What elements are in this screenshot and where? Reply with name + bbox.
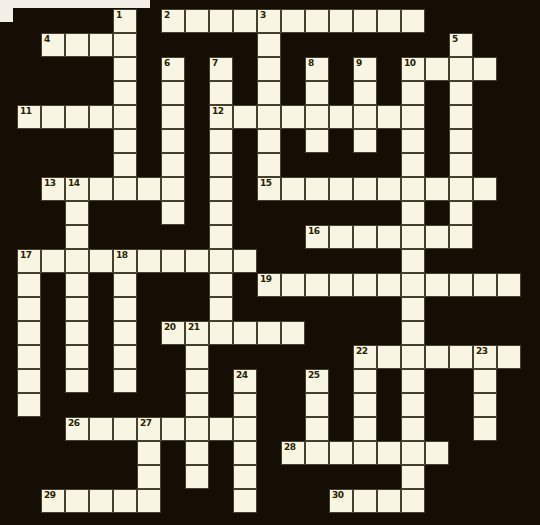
cell[interactable]	[473, 417, 497, 441]
cell[interactable]	[377, 345, 401, 369]
blocked-cell	[425, 369, 449, 393]
cell[interactable]: 27	[137, 417, 161, 441]
cell[interactable]: 26	[65, 417, 89, 441]
cell[interactable]	[161, 417, 185, 441]
blocked-cell	[209, 441, 233, 465]
clue-number: 4	[44, 34, 50, 44]
cell[interactable]: 29	[41, 489, 65, 513]
cell[interactable]	[401, 417, 425, 441]
blocked-cell	[281, 345, 305, 369]
cell[interactable]	[401, 369, 425, 393]
cell[interactable]	[305, 393, 329, 417]
cell[interactable]	[401, 345, 425, 369]
cell[interactable]	[377, 441, 401, 465]
cell[interactable]	[401, 249, 425, 273]
cell[interactable]	[209, 201, 233, 225]
cell[interactable]	[209, 297, 233, 321]
blocked-cell	[209, 465, 233, 489]
blocked-cell	[161, 225, 185, 249]
blocked-cell	[377, 417, 401, 441]
blocked-cell	[305, 297, 329, 321]
cell[interactable]: 20	[161, 321, 185, 345]
blocked-cell	[497, 33, 521, 57]
blocked-cell	[41, 297, 65, 321]
cell[interactable]	[209, 9, 233, 33]
clue-number: 18	[116, 250, 128, 260]
blocked-cell	[257, 441, 281, 465]
blocked-cell	[41, 81, 65, 105]
cell[interactable]: 25	[305, 369, 329, 393]
blocked-cell	[161, 33, 185, 57]
blocked-cell	[449, 441, 473, 465]
cell[interactable]	[377, 177, 401, 201]
cell[interactable]	[449, 105, 473, 129]
cell[interactable]	[113, 321, 137, 345]
cell[interactable]	[401, 201, 425, 225]
cell[interactable]	[161, 153, 185, 177]
clue-number: 25	[308, 370, 320, 380]
blocked-cell	[329, 417, 353, 441]
cell[interactable]	[113, 177, 137, 201]
cell[interactable]	[449, 81, 473, 105]
cell[interactable]	[65, 249, 89, 273]
cell[interactable]	[17, 369, 41, 393]
cell[interactable]: 17	[17, 249, 41, 273]
cell[interactable]	[473, 393, 497, 417]
cell[interactable]	[401, 393, 425, 417]
blocked-cell	[473, 225, 497, 249]
cell[interactable]: 9	[353, 57, 377, 81]
cell[interactable]	[113, 297, 137, 321]
blocked-cell	[329, 297, 353, 321]
blocked-cell	[497, 153, 521, 177]
cell[interactable]	[113, 345, 137, 369]
cell[interactable]	[17, 297, 41, 321]
blocked-cell	[425, 393, 449, 417]
cell[interactable]: 18	[113, 249, 137, 273]
blocked-cell	[233, 225, 257, 249]
clue-number: 28	[284, 442, 296, 452]
cell[interactable]	[65, 273, 89, 297]
blocked-cell	[41, 225, 65, 249]
blocked-cell	[473, 33, 497, 57]
cell[interactable]	[161, 81, 185, 105]
cell[interactable]	[425, 441, 449, 465]
cell[interactable]	[209, 249, 233, 273]
blocked-cell	[449, 321, 473, 345]
blocked-cell	[497, 105, 521, 129]
cell[interactable]	[353, 393, 377, 417]
blocked-cell	[449, 297, 473, 321]
cell[interactable]	[473, 369, 497, 393]
cell[interactable]	[425, 345, 449, 369]
cell[interactable]	[257, 33, 281, 57]
cell[interactable]	[281, 177, 305, 201]
cell[interactable]	[233, 321, 257, 345]
blocked-cell	[17, 201, 41, 225]
blocked-cell	[185, 57, 209, 81]
cell[interactable]: 23	[473, 345, 497, 369]
blocked-cell	[185, 297, 209, 321]
blocked-cell	[209, 489, 233, 513]
cell[interactable]	[113, 273, 137, 297]
blocked-cell	[377, 321, 401, 345]
cell[interactable]	[329, 225, 353, 249]
cell[interactable]	[233, 9, 257, 33]
cell[interactable]	[353, 129, 377, 153]
cell[interactable]	[425, 225, 449, 249]
cell[interactable]	[329, 273, 353, 297]
cell[interactable]	[473, 57, 497, 81]
blocked-cell	[497, 489, 521, 513]
cell[interactable]	[305, 273, 329, 297]
cell[interactable]: 14	[65, 177, 89, 201]
cell[interactable]	[113, 105, 137, 129]
cell[interactable]	[65, 489, 89, 513]
cell[interactable]	[89, 489, 113, 513]
cell[interactable]	[233, 249, 257, 273]
cell[interactable]: 15	[257, 177, 281, 201]
blocked-cell	[209, 369, 233, 393]
cell[interactable]	[65, 321, 89, 345]
cell[interactable]	[257, 57, 281, 81]
cell[interactable]	[353, 441, 377, 465]
cell[interactable]	[305, 105, 329, 129]
cell[interactable]	[161, 249, 185, 273]
blocked-cell	[113, 465, 137, 489]
cell[interactable]	[497, 345, 521, 369]
cell[interactable]	[377, 273, 401, 297]
blocked-cell	[89, 321, 113, 345]
blocked-cell	[17, 489, 41, 513]
cell[interactable]	[305, 177, 329, 201]
cell[interactable]	[185, 345, 209, 369]
cell[interactable]	[353, 9, 377, 33]
cell[interactable]	[233, 417, 257, 441]
cell[interactable]	[65, 105, 89, 129]
cell[interactable]	[377, 105, 401, 129]
blocked-cell	[257, 249, 281, 273]
cell[interactable]	[473, 177, 497, 201]
cell[interactable]	[305, 9, 329, 33]
blocked-cell	[233, 345, 257, 369]
cell[interactable]: 6	[161, 57, 185, 81]
cell[interactable]	[449, 225, 473, 249]
blocked-cell	[305, 249, 329, 273]
cell[interactable]	[353, 177, 377, 201]
cell[interactable]	[65, 225, 89, 249]
clue-number: 6	[164, 58, 170, 68]
cell[interactable]	[329, 105, 353, 129]
blocked-cell	[425, 321, 449, 345]
cell[interactable]	[401, 441, 425, 465]
cell[interactable]	[209, 177, 233, 201]
cell[interactable]	[377, 9, 401, 33]
cell[interactable]	[305, 417, 329, 441]
cell[interactable]	[401, 81, 425, 105]
blocked-cell	[497, 441, 521, 465]
cell[interactable]	[449, 153, 473, 177]
cell[interactable]	[401, 273, 425, 297]
cell[interactable]	[353, 273, 377, 297]
cell[interactable]	[329, 9, 353, 33]
blocked-cell	[137, 33, 161, 57]
cell[interactable]	[17, 273, 41, 297]
cell[interactable]	[449, 201, 473, 225]
cell[interactable]	[161, 129, 185, 153]
cell[interactable]: 13	[41, 177, 65, 201]
blocked-cell	[281, 153, 305, 177]
cell[interactable]	[137, 441, 161, 465]
blocked-cell	[65, 9, 89, 33]
blocked-cell	[377, 33, 401, 57]
blocked-cell	[329, 321, 353, 345]
cell[interactable]	[137, 489, 161, 513]
blocked-cell	[305, 345, 329, 369]
cell[interactable]	[233, 105, 257, 129]
cell[interactable]	[185, 393, 209, 417]
cell[interactable]	[233, 489, 257, 513]
cell[interactable]	[65, 345, 89, 369]
cell[interactable]	[185, 369, 209, 393]
blocked-cell	[65, 153, 89, 177]
blocked-cell	[281, 81, 305, 105]
blocked-cell	[17, 177, 41, 201]
clue-number: 20	[164, 322, 176, 332]
cell[interactable]	[41, 105, 65, 129]
cell[interactable]: 19	[257, 273, 281, 297]
cell[interactable]	[401, 465, 425, 489]
cell[interactable]: 30	[329, 489, 353, 513]
cell[interactable]	[89, 105, 113, 129]
cell[interactable]	[449, 129, 473, 153]
cell[interactable]	[329, 177, 353, 201]
cell[interactable]	[89, 417, 113, 441]
cell[interactable]: 11	[17, 105, 41, 129]
blocked-cell	[65, 393, 89, 417]
blocked-cell	[449, 249, 473, 273]
cell[interactable]	[449, 57, 473, 81]
blocked-cell	[281, 201, 305, 225]
cell[interactable]	[401, 129, 425, 153]
cell[interactable]: 12	[209, 105, 233, 129]
blocked-cell	[137, 201, 161, 225]
cell[interactable]: 22	[353, 345, 377, 369]
cell[interactable]	[89, 249, 113, 273]
cell[interactable]: 7	[209, 57, 233, 81]
blocked-cell	[473, 81, 497, 105]
cell[interactable]	[65, 369, 89, 393]
cell[interactable]	[113, 33, 137, 57]
blocked-cell	[41, 9, 65, 33]
cell[interactable]	[185, 441, 209, 465]
cell[interactable]	[353, 369, 377, 393]
cell[interactable]	[17, 393, 41, 417]
blocked-cell	[353, 321, 377, 345]
cell[interactable]	[209, 417, 233, 441]
cell[interactable]: 8	[305, 57, 329, 81]
blocked-cell	[161, 345, 185, 369]
cell[interactable]	[353, 489, 377, 513]
blocked-cell	[329, 249, 353, 273]
cell[interactable]	[233, 465, 257, 489]
cell[interactable]	[305, 441, 329, 465]
cell[interactable]	[353, 105, 377, 129]
crossword-grid: 1234567891011121314151617181920212223242…	[17, 9, 521, 513]
cell[interactable]	[401, 177, 425, 201]
cell[interactable]: 28	[281, 441, 305, 465]
cell[interactable]	[113, 129, 137, 153]
blocked-cell	[473, 153, 497, 177]
cell[interactable]	[185, 417, 209, 441]
blocked-cell	[137, 81, 161, 105]
page-margin-artifact	[0, 0, 13, 22]
blocked-cell	[425, 33, 449, 57]
cell[interactable]	[113, 81, 137, 105]
cell[interactable]	[449, 273, 473, 297]
cell[interactable]	[137, 465, 161, 489]
cell[interactable]	[89, 33, 113, 57]
cell[interactable]	[233, 441, 257, 465]
cell[interactable]	[305, 81, 329, 105]
blocked-cell	[305, 321, 329, 345]
blocked-cell	[281, 393, 305, 417]
cell[interactable]	[257, 129, 281, 153]
cell[interactable]	[449, 345, 473, 369]
cell[interactable]	[401, 9, 425, 33]
cell[interactable]: 10	[401, 57, 425, 81]
blocked-cell	[17, 417, 41, 441]
cell[interactable]: 21	[185, 321, 209, 345]
cell[interactable]	[401, 225, 425, 249]
blocked-cell	[89, 201, 113, 225]
cell[interactable]	[401, 489, 425, 513]
cell[interactable]	[377, 225, 401, 249]
cell[interactable]	[41, 249, 65, 273]
cell[interactable]	[281, 273, 305, 297]
cell[interactable]	[113, 57, 137, 81]
cell[interactable]	[281, 9, 305, 33]
cell[interactable]	[401, 321, 425, 345]
blocked-cell	[425, 465, 449, 489]
cell[interactable]	[353, 81, 377, 105]
cell[interactable]: 2	[161, 9, 185, 33]
cell[interactable]: 5	[449, 33, 473, 57]
cell[interactable]	[209, 321, 233, 345]
cell[interactable]: 16	[305, 225, 329, 249]
cell[interactable]	[161, 177, 185, 201]
cell[interactable]	[185, 9, 209, 33]
cell[interactable]	[233, 393, 257, 417]
blocked-cell	[17, 57, 41, 81]
blocked-cell	[185, 33, 209, 57]
cell[interactable]	[257, 321, 281, 345]
blocked-cell	[281, 417, 305, 441]
blocked-cell	[65, 465, 89, 489]
cell[interactable]	[161, 201, 185, 225]
cell[interactable]: 3	[257, 9, 281, 33]
blocked-cell	[305, 465, 329, 489]
blocked-cell	[473, 129, 497, 153]
cell[interactable]	[425, 177, 449, 201]
cell[interactable]	[89, 177, 113, 201]
cell[interactable]	[257, 105, 281, 129]
cell[interactable]	[353, 225, 377, 249]
cell[interactable]	[329, 441, 353, 465]
cell[interactable]	[65, 201, 89, 225]
cell[interactable]	[65, 33, 89, 57]
cell[interactable]	[209, 225, 233, 249]
cell[interactable]	[137, 177, 161, 201]
cell[interactable]	[113, 369, 137, 393]
cell[interactable]: 24	[233, 369, 257, 393]
cell[interactable]	[113, 489, 137, 513]
cell[interactable]	[65, 297, 89, 321]
cell[interactable]	[137, 249, 161, 273]
blocked-cell	[257, 369, 281, 393]
cell[interactable]	[401, 297, 425, 321]
cell[interactable]: 4	[41, 33, 65, 57]
blocked-cell	[449, 369, 473, 393]
cell[interactable]	[185, 465, 209, 489]
blocked-cell	[497, 417, 521, 441]
blocked-cell	[161, 489, 185, 513]
cell[interactable]	[209, 153, 233, 177]
blocked-cell	[41, 201, 65, 225]
cell[interactable]	[425, 57, 449, 81]
blocked-cell	[137, 369, 161, 393]
cell[interactable]	[257, 153, 281, 177]
cell[interactable]	[161, 105, 185, 129]
blocked-cell	[353, 33, 377, 57]
clue-number: 11	[20, 106, 32, 116]
blocked-cell	[185, 273, 209, 297]
blocked-cell	[137, 153, 161, 177]
cell[interactable]	[449, 177, 473, 201]
blocked-cell	[161, 369, 185, 393]
cell[interactable]	[209, 81, 233, 105]
cell[interactable]	[401, 153, 425, 177]
cell[interactable]	[209, 129, 233, 153]
cell[interactable]	[473, 273, 497, 297]
cell[interactable]	[281, 321, 305, 345]
blocked-cell	[185, 489, 209, 513]
cell[interactable]	[401, 105, 425, 129]
cell[interactable]	[257, 81, 281, 105]
cell[interactable]	[209, 273, 233, 297]
cell[interactable]	[497, 273, 521, 297]
blocked-cell	[329, 129, 353, 153]
blocked-cell	[425, 9, 449, 33]
cell[interactable]	[17, 345, 41, 369]
cell[interactable]	[113, 153, 137, 177]
blocked-cell	[185, 225, 209, 249]
blocked-cell	[257, 225, 281, 249]
cell[interactable]	[377, 489, 401, 513]
cell[interactable]	[185, 249, 209, 273]
cell[interactable]	[305, 129, 329, 153]
cell[interactable]: 1	[113, 9, 137, 33]
cell[interactable]	[425, 273, 449, 297]
cell[interactable]	[113, 417, 137, 441]
cell[interactable]	[17, 321, 41, 345]
blocked-cell	[65, 57, 89, 81]
blocked-cell	[89, 465, 113, 489]
blocked-cell	[473, 489, 497, 513]
cell[interactable]	[281, 105, 305, 129]
blocked-cell	[185, 177, 209, 201]
cell[interactable]	[353, 417, 377, 441]
